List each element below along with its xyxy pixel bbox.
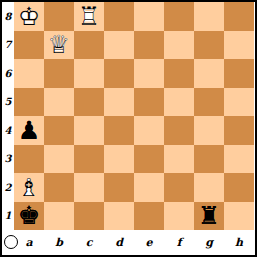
square-f7[interactable]	[164, 31, 194, 60]
square-c4[interactable]	[74, 116, 104, 145]
file-label-h: h	[224, 230, 254, 255]
piece-black-rook[interactable]: ♜♜	[194, 202, 224, 231]
square-d7[interactable]	[104, 31, 134, 60]
square-e4[interactable]	[134, 116, 164, 145]
square-h5[interactable]	[224, 88, 254, 117]
black-king-outline: ♚	[18, 203, 40, 228]
file-label-e: e	[134, 230, 164, 255]
square-c3[interactable]	[74, 145, 104, 174]
square-d3[interactable]	[104, 145, 134, 174]
square-b6[interactable]	[44, 59, 74, 88]
square-a6[interactable]	[14, 59, 44, 88]
square-h8[interactable]	[224, 2, 254, 31]
square-g5[interactable]	[194, 88, 224, 117]
square-a5[interactable]	[14, 88, 44, 117]
rank-label-2: 2	[2, 173, 14, 202]
piece-white-queen[interactable]: ♛♕	[44, 31, 74, 60]
piece-black-king[interactable]: ♚♚	[14, 202, 44, 231]
file-labels: abcdefgh	[14, 230, 254, 255]
black-rook-outline: ♜	[198, 203, 220, 228]
rank-label-5: 5	[2, 88, 14, 117]
square-h1[interactable]	[224, 202, 254, 231]
square-h4[interactable]	[224, 116, 254, 145]
square-a1[interactable]: ♚♚	[14, 202, 44, 231]
square-c8[interactable]: ♜♖	[74, 2, 104, 31]
square-b1[interactable]	[44, 202, 74, 231]
board: ♚♔♜♖♛♕♟♟♝♗♚♚♜♜	[14, 2, 254, 230]
rank-labels: 87654321	[2, 2, 14, 230]
file-label-g: g	[194, 230, 224, 255]
square-g2[interactable]	[194, 173, 224, 202]
square-e5[interactable]	[134, 88, 164, 117]
chess-diagram: ♚♔♜♖♛♕♟♟♝♗♚♚♜♜ 87654321 abcdefgh	[0, 0, 257, 257]
white-king-outline: ♔	[18, 4, 40, 29]
file-label-b: b	[44, 230, 74, 255]
square-a7[interactable]	[14, 31, 44, 60]
square-g6[interactable]	[194, 59, 224, 88]
square-h6[interactable]	[224, 59, 254, 88]
square-g4[interactable]	[194, 116, 224, 145]
square-e8[interactable]	[134, 2, 164, 31]
rank-label-1: 1	[2, 202, 14, 231]
piece-white-bishop[interactable]: ♝♗	[14, 173, 44, 202]
file-label-c: c	[74, 230, 104, 255]
rank-label-8: 8	[2, 2, 14, 31]
white-bishop-outline: ♗	[18, 175, 40, 200]
square-g1[interactable]: ♜♜	[194, 202, 224, 231]
piece-white-king[interactable]: ♚♔	[14, 2, 44, 31]
square-d6[interactable]	[104, 59, 134, 88]
square-b3[interactable]	[44, 145, 74, 174]
square-e1[interactable]	[134, 202, 164, 231]
square-g7[interactable]	[194, 31, 224, 60]
white-queen-outline: ♕	[48, 32, 70, 57]
square-f8[interactable]	[164, 2, 194, 31]
white-to-move-indicator	[4, 235, 18, 249]
black-pawn-outline: ♟	[18, 118, 40, 143]
square-d1[interactable]	[104, 202, 134, 231]
square-d8[interactable]	[104, 2, 134, 31]
square-e6[interactable]	[134, 59, 164, 88]
square-e3[interactable]	[134, 145, 164, 174]
square-f1[interactable]	[164, 202, 194, 231]
file-label-d: d	[104, 230, 134, 255]
square-g8[interactable]	[194, 2, 224, 31]
square-b8[interactable]	[44, 2, 74, 31]
square-b5[interactable]	[44, 88, 74, 117]
square-c2[interactable]	[74, 173, 104, 202]
square-d2[interactable]	[104, 173, 134, 202]
square-b7[interactable]: ♛♕	[44, 31, 74, 60]
square-e7[interactable]	[134, 31, 164, 60]
piece-white-rook[interactable]: ♜♖	[74, 2, 104, 31]
square-f6[interactable]	[164, 59, 194, 88]
square-a2[interactable]: ♝♗	[14, 173, 44, 202]
square-a8[interactable]: ♚♔	[14, 2, 44, 31]
square-c6[interactable]	[74, 59, 104, 88]
square-c1[interactable]	[74, 202, 104, 231]
square-f4[interactable]	[164, 116, 194, 145]
rank-label-3: 3	[2, 145, 14, 174]
rank-label-4: 4	[2, 116, 14, 145]
rank-label-7: 7	[2, 31, 14, 60]
square-h2[interactable]	[224, 173, 254, 202]
square-c5[interactable]	[74, 88, 104, 117]
square-h7[interactable]	[224, 31, 254, 60]
square-f2[interactable]	[164, 173, 194, 202]
square-b2[interactable]	[44, 173, 74, 202]
square-h3[interactable]	[224, 145, 254, 174]
square-a4[interactable]: ♟♟	[14, 116, 44, 145]
square-d5[interactable]	[104, 88, 134, 117]
white-rook-outline: ♖	[78, 4, 100, 29]
square-g3[interactable]	[194, 145, 224, 174]
square-d4[interactable]	[104, 116, 134, 145]
square-f5[interactable]	[164, 88, 194, 117]
square-f3[interactable]	[164, 145, 194, 174]
square-c7[interactable]	[74, 31, 104, 60]
file-label-a: a	[14, 230, 44, 255]
rank-label-6: 6	[2, 59, 14, 88]
piece-black-pawn[interactable]: ♟♟	[14, 116, 44, 145]
file-label-f: f	[164, 230, 194, 255]
square-a3[interactable]	[14, 145, 44, 174]
square-e2[interactable]	[134, 173, 164, 202]
square-b4[interactable]	[44, 116, 74, 145]
